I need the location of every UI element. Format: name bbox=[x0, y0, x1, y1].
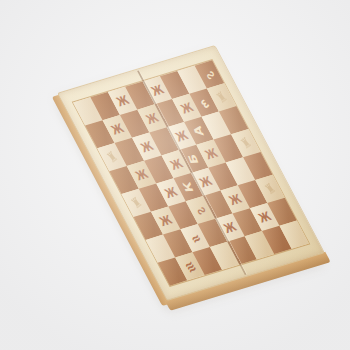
tower-inlay-icon: ♜ bbox=[104, 149, 120, 166]
letter-inlay-icon: К bbox=[181, 182, 195, 193]
cross-inlay-icon: Ж bbox=[138, 139, 155, 154]
cross-inlay-icon: Ж bbox=[256, 210, 273, 225]
tower-inlay-icon: ♜ bbox=[238, 135, 254, 152]
cross-inlay-icon: Ж bbox=[227, 192, 244, 207]
cross-inlay-icon: Ж bbox=[133, 167, 150, 182]
photo-background: ЖЖ∾ЖЖЖε♜♜ЖЖАЖЖБЖ♜♜ЖКЖЖ∾Ж♜≈ЖЖ≋ bbox=[0, 0, 350, 350]
cross-inlay-icon: Ж bbox=[168, 157, 185, 172]
cross-inlay-icon: Ж bbox=[109, 122, 126, 137]
cross-inlay-icon: Ж bbox=[163, 185, 180, 200]
swirl-inlay-icon: ε bbox=[197, 95, 211, 111]
wave2-inlay-icon: ≈ bbox=[187, 229, 203, 246]
cross-inlay-icon: Ж bbox=[178, 101, 195, 116]
tower-inlay-icon: ♜ bbox=[262, 181, 278, 198]
wave2-inlay-icon: ∾ bbox=[192, 201, 208, 218]
cross-inlay-icon: Ж bbox=[203, 146, 220, 161]
wave3-inlay-icon: ≋ bbox=[182, 258, 198, 275]
letter-inlay-icon: А bbox=[192, 125, 206, 136]
tower-inlay-icon: ♜ bbox=[128, 195, 144, 212]
cross-inlay-icon: Ж bbox=[114, 94, 131, 109]
letter-inlay-icon: Б bbox=[187, 154, 201, 164]
tower-inlay-icon: ♜ bbox=[214, 89, 230, 106]
cross-inlay-icon: Ж bbox=[157, 213, 174, 228]
chess-board: ЖЖ∾ЖЖЖε♜♜ЖЖАЖЖБЖ♜♜ЖКЖЖ∾Ж♜≈ЖЖ≋ bbox=[57, 45, 325, 301]
cross-inlay-icon: Ж bbox=[144, 111, 161, 126]
swirl-inlay-icon: ∾ bbox=[201, 65, 217, 83]
